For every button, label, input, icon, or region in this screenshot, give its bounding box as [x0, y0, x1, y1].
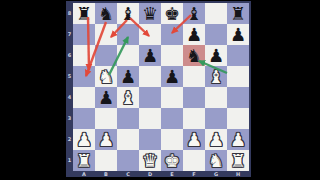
- piece-black-knight[interactable]: ♞: [186, 45, 202, 66]
- piece-white-bishop[interactable]: ♝: [208, 66, 224, 87]
- square-c2[interactable]: [117, 129, 139, 150]
- chess-board-frame: ♜♞♝♛♚♝♜♟♟♟♞♟♞♟♟♝♟♝♟♟♟♟♟♜♛♚♞♜ 87654321 AB…: [66, 1, 251, 177]
- square-f1[interactable]: [183, 150, 205, 171]
- square-g6[interactable]: ♟: [205, 45, 227, 66]
- piece-black-pawn[interactable]: ♟: [186, 24, 202, 45]
- rank-label-3: 3: [66, 115, 73, 121]
- square-b1[interactable]: [95, 150, 117, 171]
- square-e6[interactable]: [161, 45, 183, 66]
- square-g4[interactable]: [205, 87, 227, 108]
- square-f4[interactable]: [183, 87, 205, 108]
- square-c6[interactable]: [117, 45, 139, 66]
- square-e2[interactable]: [161, 129, 183, 150]
- square-a3[interactable]: [73, 108, 95, 129]
- file-label-d: D: [139, 171, 161, 177]
- square-a8[interactable]: ♜: [73, 3, 95, 24]
- piece-black-pawn[interactable]: ♟: [230, 24, 246, 45]
- rank-label-7: 7: [66, 31, 73, 37]
- file-label-f: F: [183, 171, 205, 177]
- rank-label-2: 2: [66, 136, 73, 142]
- rank-label-1: 1: [66, 157, 73, 163]
- square-b6[interactable]: [95, 45, 117, 66]
- square-c3[interactable]: [117, 108, 139, 129]
- square-e7[interactable]: [161, 24, 183, 45]
- piece-white-pawn[interactable]: ♟: [76, 129, 92, 150]
- piece-white-queen[interactable]: ♛: [142, 150, 158, 171]
- square-d2[interactable]: [139, 129, 161, 150]
- square-g5[interactable]: ♝: [205, 66, 227, 87]
- square-f2[interactable]: ♟: [183, 129, 205, 150]
- piece-white-rook[interactable]: ♜: [76, 150, 92, 171]
- piece-black-queen[interactable]: ♛: [142, 3, 158, 24]
- piece-black-rook[interactable]: ♜: [76, 3, 92, 24]
- square-h4[interactable]: [227, 87, 249, 108]
- piece-white-pawn[interactable]: ♟: [208, 129, 224, 150]
- piece-white-king[interactable]: ♚: [164, 150, 180, 171]
- square-b3[interactable]: [95, 108, 117, 129]
- square-h1[interactable]: ♜: [227, 150, 249, 171]
- piece-white-pawn[interactable]: ♟: [98, 129, 114, 150]
- square-d3[interactable]: [139, 108, 161, 129]
- square-d8[interactable]: ♛: [139, 3, 161, 24]
- piece-black-pawn[interactable]: ♟: [98, 87, 114, 108]
- square-c8[interactable]: ♝: [117, 3, 139, 24]
- file-label-a: A: [73, 171, 95, 177]
- square-b4[interactable]: ♟: [95, 87, 117, 108]
- square-d1[interactable]: ♛: [139, 150, 161, 171]
- board-squares: ♜♞♝♛♚♝♜♟♟♟♞♟♞♟♟♝♟♝♟♟♟♟♟♜♛♚♞♜: [73, 3, 249, 171]
- square-a7[interactable]: [73, 24, 95, 45]
- square-d7[interactable]: [139, 24, 161, 45]
- piece-black-king[interactable]: ♚: [164, 3, 180, 24]
- square-h6[interactable]: [227, 45, 249, 66]
- square-a2[interactable]: ♟: [73, 129, 95, 150]
- square-c5[interactable]: ♟: [117, 66, 139, 87]
- square-g7[interactable]: [205, 24, 227, 45]
- square-c4[interactable]: ♝: [117, 87, 139, 108]
- rank-label-5: 5: [66, 73, 73, 79]
- piece-black-pawn[interactable]: ♟: [208, 45, 224, 66]
- piece-white-bishop[interactable]: ♝: [120, 87, 136, 108]
- square-g8[interactable]: [205, 3, 227, 24]
- square-h7[interactable]: ♟: [227, 24, 249, 45]
- file-label-e: E: [161, 171, 183, 177]
- rank-label-4: 4: [66, 94, 73, 100]
- piece-white-pawn[interactable]: ♟: [186, 129, 202, 150]
- square-f5[interactable]: [183, 66, 205, 87]
- piece-black-rook[interactable]: ♜: [230, 3, 246, 24]
- piece-white-knight[interactable]: ♞: [208, 150, 224, 171]
- square-e8[interactable]: ♚: [161, 3, 183, 24]
- file-label-h: H: [227, 171, 249, 177]
- video-frame: ♜♞♝♛♚♝♜♟♟♟♞♟♞♟♟♝♟♝♟♟♟♟♟♜♛♚♞♜ 87654321 AB…: [0, 0, 320, 180]
- piece-white-rook[interactable]: ♜: [230, 150, 246, 171]
- square-c1[interactable]: [117, 150, 139, 171]
- square-b5[interactable]: ♞: [95, 66, 117, 87]
- square-e4[interactable]: [161, 87, 183, 108]
- square-f7[interactable]: ♟: [183, 24, 205, 45]
- piece-black-pawn[interactable]: ♟: [142, 45, 158, 66]
- square-e5[interactable]: ♟: [161, 66, 183, 87]
- square-a5[interactable]: [73, 66, 95, 87]
- square-a1[interactable]: ♜: [73, 150, 95, 171]
- square-g3[interactable]: [205, 108, 227, 129]
- piece-black-bishop[interactable]: ♝: [120, 3, 136, 24]
- square-d5[interactable]: [139, 66, 161, 87]
- square-e3[interactable]: [161, 108, 183, 129]
- square-g2[interactable]: ♟: [205, 129, 227, 150]
- square-c7[interactable]: [117, 24, 139, 45]
- rank-label-8: 8: [66, 10, 73, 16]
- rank-label-6: 6: [66, 52, 73, 58]
- square-b2[interactable]: ♟: [95, 129, 117, 150]
- square-f8[interactable]: ♝: [183, 3, 205, 24]
- square-f6[interactable]: ♞: [183, 45, 205, 66]
- piece-white-pawn[interactable]: ♟: [230, 129, 246, 150]
- square-h8[interactable]: ♜: [227, 3, 249, 24]
- square-b8[interactable]: ♞: [95, 3, 117, 24]
- file-label-b: B: [95, 171, 117, 177]
- square-d4[interactable]: [139, 87, 161, 108]
- square-f3[interactable]: [183, 108, 205, 129]
- piece-white-knight[interactable]: ♞: [98, 66, 114, 87]
- square-d6[interactable]: ♟: [139, 45, 161, 66]
- piece-black-pawn[interactable]: ♟: [164, 66, 180, 87]
- file-label-g: G: [205, 171, 227, 177]
- square-h2[interactable]: ♟: [227, 129, 249, 150]
- piece-black-pawn[interactable]: ♟: [120, 66, 136, 87]
- square-a4[interactable]: [73, 87, 95, 108]
- square-b7[interactable]: [95, 24, 117, 45]
- file-label-c: C: [117, 171, 139, 177]
- piece-black-bishop[interactable]: ♝: [186, 3, 202, 24]
- square-e1[interactable]: ♚: [161, 150, 183, 171]
- square-h3[interactable]: [227, 108, 249, 129]
- square-h5[interactable]: [227, 66, 249, 87]
- square-a6[interactable]: [73, 45, 95, 66]
- piece-black-knight[interactable]: ♞: [98, 3, 114, 24]
- square-g1[interactable]: ♞: [205, 150, 227, 171]
